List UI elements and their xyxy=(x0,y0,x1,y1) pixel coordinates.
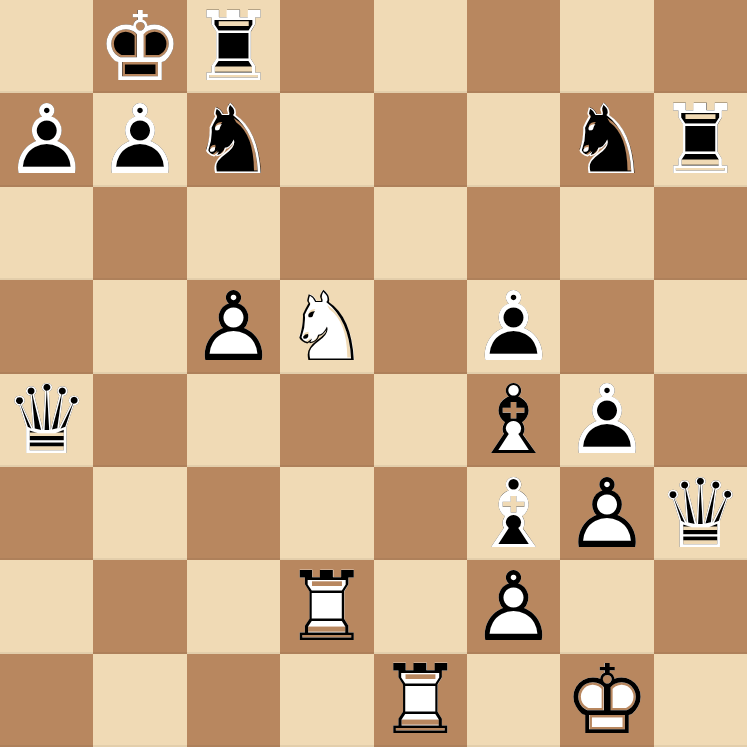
square-f6[interactable] xyxy=(467,187,560,280)
black-queen-piece[interactable]: ♛♕ xyxy=(0,374,93,467)
square-f8[interactable] xyxy=(467,0,560,93)
square-d8[interactable] xyxy=(280,0,373,93)
square-c5[interactable]: ♟♙ xyxy=(187,280,280,373)
square-h4[interactable] xyxy=(654,374,747,467)
square-a3[interactable] xyxy=(0,467,93,560)
square-d5[interactable]: ♞♘ xyxy=(280,280,373,373)
black-pawn-outline-glyph: ♙ xyxy=(93,93,186,186)
square-g5[interactable] xyxy=(560,280,653,373)
black-bishop-piece[interactable]: ♝♗ xyxy=(467,467,560,560)
square-g1[interactable]: ♚♔ xyxy=(560,654,653,747)
black-queen-piece[interactable]: ♛♕ xyxy=(654,467,747,560)
square-a5[interactable] xyxy=(0,280,93,373)
black-pawn-piece[interactable]: ♟♙ xyxy=(93,93,186,186)
square-c6[interactable] xyxy=(187,187,280,280)
square-g8[interactable] xyxy=(560,0,653,93)
square-d7[interactable] xyxy=(280,93,373,186)
white-pawn-outline-glyph: ♙ xyxy=(560,467,653,560)
white-rook-fill-glyph: ♜ xyxy=(280,560,373,653)
square-c3[interactable] xyxy=(187,467,280,560)
square-d6[interactable] xyxy=(280,187,373,280)
square-b7[interactable]: ♟♙ xyxy=(93,93,186,186)
white-knight-fill-glyph: ♞ xyxy=(280,280,373,373)
square-e3[interactable] xyxy=(374,467,467,560)
square-h5[interactable] xyxy=(654,280,747,373)
white-bishop-piece[interactable]: ♝♗ xyxy=(467,374,560,467)
square-g7[interactable]: ♞♘ xyxy=(560,93,653,186)
chess-board: ♚♔♜♖♟♙♟♙♞♘♞♘♜♖♟♙♞♘♟♙♛♕♝♗♟♙♝♗♟♙♛♕♜♖♟♙♜♖♚♔ xyxy=(0,0,747,747)
black-queen-fill-glyph: ♛ xyxy=(0,374,93,467)
black-rook-fill-glyph: ♜ xyxy=(187,0,280,93)
square-c1[interactable] xyxy=(187,654,280,747)
square-h8[interactable] xyxy=(654,0,747,93)
square-f4[interactable]: ♝♗ xyxy=(467,374,560,467)
square-g6[interactable] xyxy=(560,187,653,280)
white-rook-piece[interactable]: ♜♖ xyxy=(374,654,467,747)
white-bishop-fill-glyph: ♝ xyxy=(467,374,560,467)
black-knight-outline-glyph: ♘ xyxy=(187,93,280,186)
square-d2[interactable]: ♜♖ xyxy=(280,560,373,653)
black-knight-piece[interactable]: ♞♘ xyxy=(187,93,280,186)
square-d1[interactable] xyxy=(280,654,373,747)
white-bishop-outline-glyph: ♗ xyxy=(467,374,560,467)
square-c7[interactable]: ♞♘ xyxy=(187,93,280,186)
square-b4[interactable] xyxy=(93,374,186,467)
black-rook-piece[interactable]: ♜♖ xyxy=(187,0,280,93)
white-king-fill-glyph: ♚ xyxy=(560,654,653,747)
white-pawn-fill-glyph: ♟ xyxy=(560,467,653,560)
white-pawn-piece[interactable]: ♟♙ xyxy=(187,280,280,373)
square-b5[interactable] xyxy=(93,280,186,373)
square-b2[interactable] xyxy=(93,560,186,653)
white-pawn-outline-glyph: ♙ xyxy=(187,280,280,373)
square-f2[interactable]: ♟♙ xyxy=(467,560,560,653)
black-pawn-outline-glyph: ♙ xyxy=(467,280,560,373)
square-f1[interactable] xyxy=(467,654,560,747)
black-pawn-fill-glyph: ♟ xyxy=(560,374,653,467)
white-knight-outline-glyph: ♘ xyxy=(280,280,373,373)
black-bishop-fill-glyph: ♝ xyxy=(467,467,560,560)
black-pawn-outline-glyph: ♙ xyxy=(560,374,653,467)
black-king-piece[interactable]: ♚♔ xyxy=(93,0,186,93)
square-b6[interactable] xyxy=(93,187,186,280)
square-b1[interactable] xyxy=(93,654,186,747)
square-c8[interactable]: ♜♖ xyxy=(187,0,280,93)
white-king-piece[interactable]: ♚♔ xyxy=(560,654,653,747)
square-h6[interactable] xyxy=(654,187,747,280)
white-rook-fill-glyph: ♜ xyxy=(374,654,467,747)
square-b3[interactable] xyxy=(93,467,186,560)
white-pawn-fill-glyph: ♟ xyxy=(467,560,560,653)
square-c4[interactable] xyxy=(187,374,280,467)
square-d4[interactable] xyxy=(280,374,373,467)
black-knight-outline-glyph: ♘ xyxy=(560,93,653,186)
black-queen-outline-glyph: ♕ xyxy=(0,374,93,467)
square-h2[interactable] xyxy=(654,560,747,653)
square-e2[interactable] xyxy=(374,560,467,653)
black-queen-fill-glyph: ♛ xyxy=(654,467,747,560)
square-h7[interactable]: ♜♖ xyxy=(654,93,747,186)
black-rook-outline-glyph: ♖ xyxy=(654,93,747,186)
white-rook-outline-glyph: ♖ xyxy=(374,654,467,747)
square-e7[interactable] xyxy=(374,93,467,186)
white-pawn-outline-glyph: ♙ xyxy=(467,560,560,653)
black-queen-outline-glyph: ♕ xyxy=(654,467,747,560)
square-e6[interactable] xyxy=(374,187,467,280)
black-rook-piece[interactable]: ♜♖ xyxy=(654,93,747,186)
white-pawn-piece[interactable]: ♟♙ xyxy=(467,560,560,653)
black-pawn-outline-glyph: ♙ xyxy=(0,93,93,186)
white-pawn-piece[interactable]: ♟♙ xyxy=(560,467,653,560)
black-king-outline-glyph: ♔ xyxy=(93,0,186,93)
black-bishop-outline-glyph: ♗ xyxy=(467,467,560,560)
black-pawn-piece[interactable]: ♟♙ xyxy=(560,374,653,467)
black-pawn-piece[interactable]: ♟♙ xyxy=(0,93,93,186)
square-b8[interactable]: ♚♔ xyxy=(93,0,186,93)
black-pawn-fill-glyph: ♟ xyxy=(93,93,186,186)
square-a6[interactable] xyxy=(0,187,93,280)
square-a2[interactable] xyxy=(0,560,93,653)
square-e5[interactable] xyxy=(374,280,467,373)
square-c2[interactable] xyxy=(187,560,280,653)
white-rook-outline-glyph: ♖ xyxy=(280,560,373,653)
square-d3[interactable] xyxy=(280,467,373,560)
black-king-fill-glyph: ♚ xyxy=(93,0,186,93)
square-e1[interactable]: ♜♖ xyxy=(374,654,467,747)
white-king-outline-glyph: ♔ xyxy=(560,654,653,747)
square-g2[interactable] xyxy=(560,560,653,653)
square-f3[interactable]: ♝♗ xyxy=(467,467,560,560)
square-a8[interactable] xyxy=(0,0,93,93)
square-h3[interactable]: ♛♕ xyxy=(654,467,747,560)
black-knight-fill-glyph: ♞ xyxy=(187,93,280,186)
black-pawn-fill-glyph: ♟ xyxy=(467,280,560,373)
black-knight-fill-glyph: ♞ xyxy=(560,93,653,186)
square-e8[interactable] xyxy=(374,0,467,93)
black-knight-piece[interactable]: ♞♘ xyxy=(560,93,653,186)
white-pawn-fill-glyph: ♟ xyxy=(187,280,280,373)
black-rook-outline-glyph: ♖ xyxy=(187,0,280,93)
square-g3[interactable]: ♟♙ xyxy=(560,467,653,560)
square-a7[interactable]: ♟♙ xyxy=(0,93,93,186)
white-rook-piece[interactable]: ♜♖ xyxy=(280,560,373,653)
square-f7[interactable] xyxy=(467,93,560,186)
black-pawn-piece[interactable]: ♟♙ xyxy=(467,280,560,373)
black-pawn-fill-glyph: ♟ xyxy=(0,93,93,186)
white-knight-piece[interactable]: ♞♘ xyxy=(280,280,373,373)
square-g4[interactable]: ♟♙ xyxy=(560,374,653,467)
square-h1[interactable] xyxy=(654,654,747,747)
square-a1[interactable] xyxy=(0,654,93,747)
square-f5[interactable]: ♟♙ xyxy=(467,280,560,373)
square-a4[interactable]: ♛♕ xyxy=(0,374,93,467)
square-e4[interactable] xyxy=(374,374,467,467)
black-rook-fill-glyph: ♜ xyxy=(654,93,747,186)
